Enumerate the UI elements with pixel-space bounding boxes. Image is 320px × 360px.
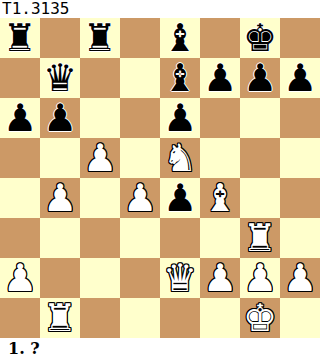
square-f2[interactable]: ♟: [200, 258, 240, 298]
black-pawn-h7[interactable]: ♟: [283, 58, 317, 98]
square-h5[interactable]: [280, 138, 320, 178]
square-f5[interactable]: [200, 138, 240, 178]
square-b3[interactable]: [40, 218, 80, 258]
black-rook-a8[interactable]: ♜: [3, 18, 37, 58]
square-e2[interactable]: ♛: [160, 258, 200, 298]
white-pawn-d4[interactable]: ♟: [123, 178, 157, 218]
black-pawn-g7[interactable]: ♟: [243, 58, 277, 98]
square-c4[interactable]: [80, 178, 120, 218]
square-b1[interactable]: ♜: [40, 298, 80, 338]
square-g3[interactable]: ♜: [240, 218, 280, 258]
square-f4[interactable]: ♝: [200, 178, 240, 218]
square-c7[interactable]: [80, 58, 120, 98]
square-d2[interactable]: [120, 258, 160, 298]
square-f1[interactable]: [200, 298, 240, 338]
white-pawn-a2[interactable]: ♟: [3, 258, 37, 298]
square-f7[interactable]: ♟: [200, 58, 240, 98]
square-g6[interactable]: [240, 98, 280, 138]
square-g8[interactable]: ♚: [240, 18, 280, 58]
square-e5[interactable]: ♞: [160, 138, 200, 178]
square-d1[interactable]: [120, 298, 160, 338]
square-f3[interactable]: [200, 218, 240, 258]
square-b5[interactable]: [40, 138, 80, 178]
white-pawn-f2[interactable]: ♟: [203, 258, 237, 298]
square-c8[interactable]: ♜: [80, 18, 120, 58]
square-h2[interactable]: ♟: [280, 258, 320, 298]
square-c2[interactable]: [80, 258, 120, 298]
square-a2[interactable]: ♟: [0, 258, 40, 298]
square-a5[interactable]: [0, 138, 40, 178]
square-h7[interactable]: ♟: [280, 58, 320, 98]
square-h8[interactable]: [280, 18, 320, 58]
black-pawn-e4[interactable]: ♟: [163, 178, 197, 218]
white-rook-b1[interactable]: ♜: [43, 298, 77, 338]
square-h6[interactable]: [280, 98, 320, 138]
square-d4[interactable]: ♟: [120, 178, 160, 218]
square-c3[interactable]: [80, 218, 120, 258]
square-b7[interactable]: ♛: [40, 58, 80, 98]
square-g1[interactable]: ♚: [240, 298, 280, 338]
black-rook-c8[interactable]: ♜: [83, 18, 117, 58]
square-f6[interactable]: [200, 98, 240, 138]
square-b2[interactable]: [40, 258, 80, 298]
white-queen-e2[interactable]: ♛: [163, 258, 197, 298]
white-pawn-g2[interactable]: ♟: [243, 258, 277, 298]
move-prompt: 1. ?: [8, 338, 40, 360]
square-g4[interactable]: [240, 178, 280, 218]
puzzle-title: T1.3135: [2, 0, 69, 18]
white-knight-e5[interactable]: ♞: [163, 138, 197, 178]
black-queen-b7[interactable]: ♛: [43, 58, 77, 98]
black-king-g8[interactable]: ♚: [243, 18, 277, 58]
square-a6[interactable]: ♟: [0, 98, 40, 138]
square-g5[interactable]: [240, 138, 280, 178]
black-bishop-e7[interactable]: ♝: [163, 58, 197, 98]
square-c6[interactable]: [80, 98, 120, 138]
square-b6[interactable]: ♟: [40, 98, 80, 138]
square-c1[interactable]: [80, 298, 120, 338]
white-rook-g3[interactable]: ♜: [243, 218, 277, 258]
white-pawn-c5[interactable]: ♟: [83, 138, 117, 178]
square-e6[interactable]: ♟: [160, 98, 200, 138]
square-d3[interactable]: [120, 218, 160, 258]
square-h1[interactable]: [280, 298, 320, 338]
square-c5[interactable]: ♟: [80, 138, 120, 178]
black-pawn-e6[interactable]: ♟: [163, 98, 197, 138]
square-g7[interactable]: ♟: [240, 58, 280, 98]
square-d8[interactable]: [120, 18, 160, 58]
black-pawn-b6[interactable]: ♟: [43, 98, 77, 138]
square-b8[interactable]: [40, 18, 80, 58]
square-b4[interactable]: ♟: [40, 178, 80, 218]
square-e1[interactable]: [160, 298, 200, 338]
square-g2[interactable]: ♟: [240, 258, 280, 298]
square-f8[interactable]: [200, 18, 240, 58]
black-pawn-a6[interactable]: ♟: [3, 98, 37, 138]
square-h3[interactable]: [280, 218, 320, 258]
square-e4[interactable]: ♟: [160, 178, 200, 218]
square-d6[interactable]: [120, 98, 160, 138]
white-pawn-b4[interactable]: ♟: [43, 178, 77, 218]
square-a1[interactable]: [0, 298, 40, 338]
square-h4[interactable]: [280, 178, 320, 218]
square-a8[interactable]: ♜: [0, 18, 40, 58]
square-a4[interactable]: [0, 178, 40, 218]
square-d5[interactable]: [120, 138, 160, 178]
white-king-g1[interactable]: ♚: [243, 298, 277, 338]
black-pawn-f7[interactable]: ♟: [203, 58, 237, 98]
square-a7[interactable]: [0, 58, 40, 98]
black-bishop-e8[interactable]: ♝: [163, 18, 197, 58]
white-pawn-h2[interactable]: ♟: [283, 258, 317, 298]
white-bishop-f4[interactable]: ♝: [203, 178, 237, 218]
square-a3[interactable]: [0, 218, 40, 258]
square-e8[interactable]: ♝: [160, 18, 200, 58]
chess-board: ♜♜♝♚♛♝♟♟♟♟♟♟♟♞♟♟♟♝♜♟♛♟♟♟♜♚: [0, 18, 320, 338]
square-d7[interactable]: [120, 58, 160, 98]
square-e3[interactable]: [160, 218, 200, 258]
square-e7[interactable]: ♝: [160, 58, 200, 98]
